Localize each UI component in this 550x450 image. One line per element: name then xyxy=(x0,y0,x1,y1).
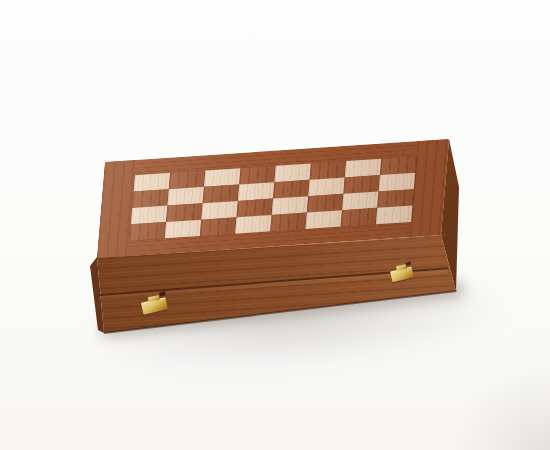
board-square xyxy=(200,217,237,236)
latch-tab-icon xyxy=(148,295,160,302)
board-square xyxy=(235,215,272,234)
frame-rail-left xyxy=(97,160,136,258)
board-square xyxy=(165,220,202,239)
board-square xyxy=(376,206,413,225)
board-square xyxy=(270,213,307,232)
board-square xyxy=(306,210,343,229)
board-square xyxy=(130,222,167,241)
product-photo-scene xyxy=(0,0,550,450)
board-square xyxy=(341,208,378,227)
chess-board-grid xyxy=(130,156,417,240)
